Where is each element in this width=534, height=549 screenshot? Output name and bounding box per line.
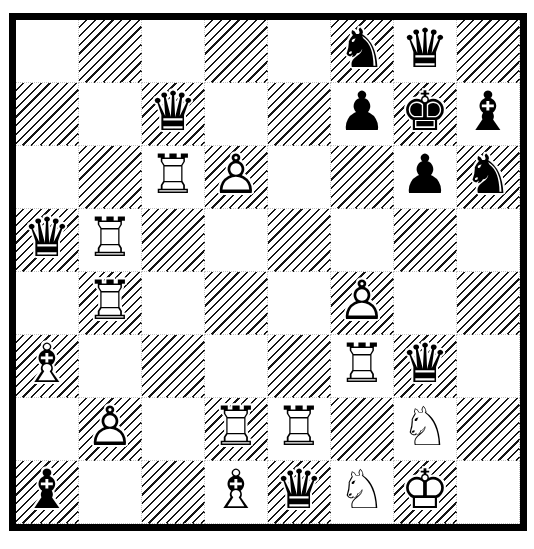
square-a6[interactable] bbox=[16, 146, 79, 209]
square-e2[interactable]: ♜♖ bbox=[268, 398, 331, 461]
white-pawn-halo: ♟ bbox=[331, 274, 393, 328]
square-b5[interactable]: ♜♖ bbox=[79, 209, 142, 272]
black-queen-g8[interactable]: ♛♛ bbox=[394, 20, 456, 82]
black-queen-icon: ♛ bbox=[394, 337, 456, 391]
square-a2[interactable] bbox=[16, 398, 79, 461]
white-rook-icon: ♖ bbox=[268, 400, 330, 454]
chess-board: ♞♞♛♛♛♛♟♟♚♚♝♝♜♖♟♙♟♟♞♞♛♛♜♖♜♖♟♙♝♗♜♖♛♛♟♙♜♖♜♖… bbox=[16, 20, 520, 524]
square-g8[interactable]: ♛♛ bbox=[394, 20, 457, 83]
white-bishop-icon: ♗ bbox=[205, 463, 267, 517]
white-king-icon: ♔ bbox=[394, 463, 456, 517]
black-queen-halo: ♛ bbox=[142, 85, 204, 139]
white-rook-b4[interactable]: ♜♖ bbox=[79, 272, 141, 334]
square-f3[interactable]: ♜♖ bbox=[331, 335, 394, 398]
white-king-g1[interactable]: ♚♔ bbox=[394, 461, 456, 523]
white-pawn-icon: ♙ bbox=[331, 274, 393, 328]
square-c1[interactable] bbox=[142, 461, 205, 524]
square-c6[interactable]: ♜♖ bbox=[142, 146, 205, 209]
square-c2[interactable] bbox=[142, 398, 205, 461]
black-king-icon: ♚ bbox=[394, 85, 456, 139]
black-bishop-halo: ♝ bbox=[16, 463, 78, 517]
square-a5[interactable]: ♛♛ bbox=[16, 209, 79, 272]
square-f1[interactable]: ♞♘ bbox=[331, 461, 394, 524]
square-g7[interactable]: ♚♚ bbox=[394, 83, 457, 146]
square-b8[interactable] bbox=[79, 20, 142, 83]
white-bishop-halo: ♝ bbox=[16, 337, 78, 391]
black-knight-f8[interactable]: ♞♞ bbox=[331, 20, 393, 82]
square-e6[interactable] bbox=[268, 146, 331, 209]
square-d6[interactable]: ♟♙ bbox=[205, 146, 268, 209]
white-bishop-icon: ♗ bbox=[16, 337, 78, 391]
square-f7[interactable]: ♟♟ bbox=[331, 83, 394, 146]
white-rook-icon: ♖ bbox=[79, 274, 141, 328]
white-rook-halo: ♜ bbox=[268, 400, 330, 454]
square-e1[interactable]: ♛♛ bbox=[268, 461, 331, 524]
black-queen-halo: ♛ bbox=[268, 463, 330, 517]
black-queen-halo: ♛ bbox=[394, 337, 456, 391]
black-pawn-halo: ♟ bbox=[331, 85, 393, 139]
white-rook-halo: ♜ bbox=[142, 148, 204, 202]
black-queen-a5[interactable]: ♛♛ bbox=[16, 209, 78, 271]
square-a1[interactable]: ♝♝ bbox=[16, 461, 79, 524]
square-h1[interactable] bbox=[457, 461, 520, 524]
white-knight-halo: ♞ bbox=[331, 463, 393, 517]
square-f8[interactable]: ♞♞ bbox=[331, 20, 394, 83]
square-a4[interactable] bbox=[16, 272, 79, 335]
white-bishop-d1[interactable]: ♝♗ bbox=[205, 461, 267, 523]
square-h3[interactable] bbox=[457, 335, 520, 398]
board-frame: ♞♞♛♛♛♛♟♟♚♚♝♝♜♖♟♙♟♟♞♞♛♛♜♖♜♖♟♙♝♗♜♖♛♛♟♙♜♖♜♖… bbox=[9, 13, 527, 531]
black-queen-c7[interactable]: ♛♛ bbox=[142, 83, 204, 145]
black-bishop-h7[interactable]: ♝♝ bbox=[457, 83, 519, 145]
white-pawn-icon: ♙ bbox=[205, 148, 267, 202]
square-b3[interactable] bbox=[79, 335, 142, 398]
black-queen-g3[interactable]: ♛♛ bbox=[394, 335, 456, 397]
black-bishop-icon: ♝ bbox=[16, 463, 78, 517]
white-rook-icon: ♖ bbox=[331, 337, 393, 391]
black-bishop-halo: ♝ bbox=[457, 85, 519, 139]
black-queen-icon: ♛ bbox=[142, 85, 204, 139]
white-pawn-b2[interactable]: ♟♙ bbox=[79, 398, 141, 460]
white-pawn-halo: ♟ bbox=[205, 148, 267, 202]
square-e5[interactable] bbox=[268, 209, 331, 272]
white-rook-d2[interactable]: ♜♖ bbox=[205, 398, 267, 460]
square-g3[interactable]: ♛♛ bbox=[394, 335, 457, 398]
black-queen-icon: ♛ bbox=[16, 211, 78, 265]
chess-diagram-page: ♞♞♛♛♛♛♟♟♚♚♝♝♜♖♟♙♟♟♞♞♛♛♜♖♜♖♟♙♝♗♜♖♛♛♟♙♜♖♜♖… bbox=[0, 0, 534, 549]
square-e3[interactable] bbox=[268, 335, 331, 398]
square-f6[interactable] bbox=[331, 146, 394, 209]
square-d4[interactable] bbox=[205, 272, 268, 335]
white-bishop-halo: ♝ bbox=[205, 463, 267, 517]
white-rook-halo: ♜ bbox=[79, 211, 141, 265]
white-pawn-f4[interactable]: ♟♙ bbox=[331, 272, 393, 334]
white-rook-halo: ♜ bbox=[331, 337, 393, 391]
white-rook-halo: ♜ bbox=[205, 400, 267, 454]
square-c5[interactable] bbox=[142, 209, 205, 272]
white-knight-icon: ♘ bbox=[394, 400, 456, 454]
square-c3[interactable] bbox=[142, 335, 205, 398]
square-c8[interactable] bbox=[142, 20, 205, 83]
black-bishop-icon: ♝ bbox=[457, 85, 519, 139]
white-knight-halo: ♞ bbox=[394, 400, 456, 454]
square-b7[interactable] bbox=[79, 83, 142, 146]
white-pawn-d6[interactable]: ♟♙ bbox=[205, 146, 267, 208]
square-d2[interactable]: ♜♖ bbox=[205, 398, 268, 461]
white-rook-icon: ♖ bbox=[142, 148, 204, 202]
square-h7[interactable]: ♝♝ bbox=[457, 83, 520, 146]
black-pawn-f7[interactable]: ♟♟ bbox=[331, 83, 393, 145]
square-f5[interactable] bbox=[331, 209, 394, 272]
black-king-g7[interactable]: ♚♚ bbox=[394, 83, 456, 145]
square-c4[interactable] bbox=[142, 272, 205, 335]
square-c7[interactable]: ♛♛ bbox=[142, 83, 205, 146]
square-g1[interactable]: ♚♔ bbox=[394, 461, 457, 524]
square-d3[interactable] bbox=[205, 335, 268, 398]
black-knight-h6[interactable]: ♞♞ bbox=[457, 146, 519, 208]
black-knight-icon: ♞ bbox=[331, 22, 393, 76]
white-pawn-icon: ♙ bbox=[79, 400, 141, 454]
black-pawn-g6[interactable]: ♟♟ bbox=[394, 146, 456, 208]
black-knight-halo: ♞ bbox=[457, 148, 519, 202]
black-knight-icon: ♞ bbox=[457, 148, 519, 202]
square-b1[interactable] bbox=[79, 461, 142, 524]
square-e8[interactable] bbox=[268, 20, 331, 83]
square-d8[interactable] bbox=[205, 20, 268, 83]
black-pawn-halo: ♟ bbox=[394, 148, 456, 202]
white-knight-f1[interactable]: ♞♘ bbox=[331, 461, 393, 523]
black-queen-e1[interactable]: ♛♛ bbox=[268, 461, 330, 523]
white-rook-halo: ♜ bbox=[79, 274, 141, 328]
square-f4[interactable]: ♟♙ bbox=[331, 272, 394, 335]
white-rook-icon: ♖ bbox=[79, 211, 141, 265]
black-bishop-a1[interactable]: ♝♝ bbox=[16, 461, 78, 523]
square-h5[interactable] bbox=[457, 209, 520, 272]
square-d1[interactable]: ♝♗ bbox=[205, 461, 268, 524]
white-rook-b5[interactable]: ♜♖ bbox=[79, 209, 141, 271]
square-e4[interactable] bbox=[268, 272, 331, 335]
square-a7[interactable] bbox=[16, 83, 79, 146]
square-h6[interactable]: ♞♞ bbox=[457, 146, 520, 209]
white-knight-icon: ♘ bbox=[331, 463, 393, 517]
white-rook-c6[interactable]: ♜♖ bbox=[142, 146, 204, 208]
square-b4[interactable]: ♜♖ bbox=[79, 272, 142, 335]
square-h8[interactable] bbox=[457, 20, 520, 83]
white-knight-g2[interactable]: ♞♘ bbox=[394, 398, 456, 460]
black-queen-icon: ♛ bbox=[268, 463, 330, 517]
white-pawn-halo: ♟ bbox=[79, 400, 141, 454]
white-rook-icon: ♖ bbox=[205, 400, 267, 454]
square-d5[interactable] bbox=[205, 209, 268, 272]
black-pawn-icon: ♟ bbox=[394, 148, 456, 202]
square-g5[interactable] bbox=[394, 209, 457, 272]
black-pawn-icon: ♟ bbox=[331, 85, 393, 139]
square-b2[interactable]: ♟♙ bbox=[79, 398, 142, 461]
square-d7[interactable] bbox=[205, 83, 268, 146]
square-a3[interactable]: ♝♗ bbox=[16, 335, 79, 398]
square-g4[interactable] bbox=[394, 272, 457, 335]
white-rook-e2[interactable]: ♜♖ bbox=[268, 398, 330, 460]
square-a8[interactable] bbox=[16, 20, 79, 83]
black-king-halo: ♚ bbox=[394, 85, 456, 139]
black-queen-halo: ♛ bbox=[16, 211, 78, 265]
square-g6[interactable]: ♟♟ bbox=[394, 146, 457, 209]
square-h2[interactable] bbox=[457, 398, 520, 461]
square-h4[interactable] bbox=[457, 272, 520, 335]
black-knight-halo: ♞ bbox=[331, 22, 393, 76]
square-b6[interactable] bbox=[79, 146, 142, 209]
black-queen-halo: ♛ bbox=[394, 22, 456, 76]
square-g2[interactable]: ♞♘ bbox=[394, 398, 457, 461]
square-e7[interactable] bbox=[268, 83, 331, 146]
black-queen-icon: ♛ bbox=[394, 22, 456, 76]
square-f2[interactable] bbox=[331, 398, 394, 461]
white-bishop-a3[interactable]: ♝♗ bbox=[16, 335, 78, 397]
white-rook-f3[interactable]: ♜♖ bbox=[331, 335, 393, 397]
white-king-halo: ♚ bbox=[394, 463, 456, 517]
